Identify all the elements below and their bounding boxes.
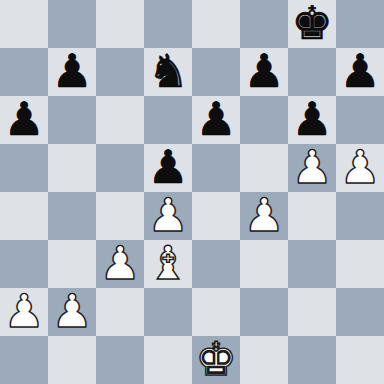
- piece-black-pawn[interactable]: ♟: [339, 48, 380, 95]
- square-d2[interactable]: [144, 288, 192, 336]
- square-h8[interactable]: [336, 0, 384, 48]
- square-c7[interactable]: [96, 48, 144, 96]
- piece-white-pawn[interactable]: ♟: [291, 144, 332, 191]
- square-b4[interactable]: [48, 192, 96, 240]
- square-d3[interactable]: ♝: [144, 240, 192, 288]
- square-f7[interactable]: ♟: [240, 48, 288, 96]
- square-f3[interactable]: [240, 240, 288, 288]
- piece-black-king[interactable]: ♚: [291, 0, 332, 47]
- square-a1[interactable]: [0, 336, 48, 384]
- piece-black-knight[interactable]: ♞: [147, 48, 188, 95]
- square-a6[interactable]: ♟: [0, 96, 48, 144]
- square-b6[interactable]: [48, 96, 96, 144]
- square-c4[interactable]: [96, 192, 144, 240]
- square-e5[interactable]: [192, 144, 240, 192]
- square-d8[interactable]: [144, 0, 192, 48]
- square-f4[interactable]: ♟: [240, 192, 288, 240]
- square-d7[interactable]: ♞: [144, 48, 192, 96]
- square-a2[interactable]: ♟: [0, 288, 48, 336]
- square-h2[interactable]: [336, 288, 384, 336]
- square-e6[interactable]: ♟: [192, 96, 240, 144]
- square-h4[interactable]: [336, 192, 384, 240]
- square-d5[interactable]: ♟: [144, 144, 192, 192]
- piece-black-pawn[interactable]: ♟: [3, 96, 44, 143]
- square-b7[interactable]: ♟: [48, 48, 96, 96]
- square-g4[interactable]: [288, 192, 336, 240]
- square-f8[interactable]: [240, 0, 288, 48]
- square-a3[interactable]: [0, 240, 48, 288]
- square-h1[interactable]: [336, 336, 384, 384]
- piece-black-pawn[interactable]: ♟: [147, 144, 188, 191]
- square-f5[interactable]: [240, 144, 288, 192]
- piece-white-pawn[interactable]: ♟: [99, 240, 140, 287]
- square-g3[interactable]: [288, 240, 336, 288]
- piece-black-pawn[interactable]: ♟: [51, 48, 92, 95]
- square-b1[interactable]: [48, 336, 96, 384]
- square-e2[interactable]: [192, 288, 240, 336]
- piece-black-pawn[interactable]: ♟: [195, 96, 236, 143]
- square-e1[interactable]: ♚: [192, 336, 240, 384]
- square-c3[interactable]: ♟: [96, 240, 144, 288]
- piece-white-pawn[interactable]: ♟: [339, 144, 380, 191]
- square-d1[interactable]: [144, 336, 192, 384]
- square-g1[interactable]: [288, 336, 336, 384]
- square-g6[interactable]: ♟: [288, 96, 336, 144]
- piece-white-pawn[interactable]: ♟: [147, 192, 188, 239]
- square-g5[interactable]: ♟: [288, 144, 336, 192]
- square-b8[interactable]: [48, 0, 96, 48]
- square-b2[interactable]: ♟: [48, 288, 96, 336]
- square-h3[interactable]: [336, 240, 384, 288]
- square-f2[interactable]: [240, 288, 288, 336]
- square-f1[interactable]: [240, 336, 288, 384]
- square-g2[interactable]: [288, 288, 336, 336]
- square-e7[interactable]: [192, 48, 240, 96]
- square-c1[interactable]: [96, 336, 144, 384]
- square-e4[interactable]: [192, 192, 240, 240]
- piece-black-pawn[interactable]: ♟: [243, 48, 284, 95]
- square-g8[interactable]: ♚: [288, 0, 336, 48]
- chess-board: ♚♟♞♟♟♟♟♟♟♟♟♟♟♟♝♟♟♚: [0, 0, 384, 384]
- square-e8[interactable]: [192, 0, 240, 48]
- piece-white-bishop[interactable]: ♝: [147, 240, 188, 287]
- piece-black-pawn[interactable]: ♟: [291, 96, 332, 143]
- square-d4[interactable]: ♟: [144, 192, 192, 240]
- square-a7[interactable]: [0, 48, 48, 96]
- square-a8[interactable]: [0, 0, 48, 48]
- square-h5[interactable]: ♟: [336, 144, 384, 192]
- square-h6[interactable]: [336, 96, 384, 144]
- square-h7[interactable]: ♟: [336, 48, 384, 96]
- square-b3[interactable]: [48, 240, 96, 288]
- square-c5[interactable]: [96, 144, 144, 192]
- square-a4[interactable]: [0, 192, 48, 240]
- square-c8[interactable]: [96, 0, 144, 48]
- piece-white-pawn[interactable]: ♟: [51, 288, 92, 335]
- piece-white-pawn[interactable]: ♟: [243, 192, 284, 239]
- square-a5[interactable]: [0, 144, 48, 192]
- square-e3[interactable]: [192, 240, 240, 288]
- square-f6[interactable]: [240, 96, 288, 144]
- piece-white-king[interactable]: ♚: [195, 336, 236, 383]
- square-c6[interactable]: [96, 96, 144, 144]
- piece-white-pawn[interactable]: ♟: [3, 288, 44, 335]
- square-b5[interactable]: [48, 144, 96, 192]
- square-d6[interactable]: [144, 96, 192, 144]
- square-c2[interactable]: [96, 288, 144, 336]
- square-g7[interactable]: [288, 48, 336, 96]
